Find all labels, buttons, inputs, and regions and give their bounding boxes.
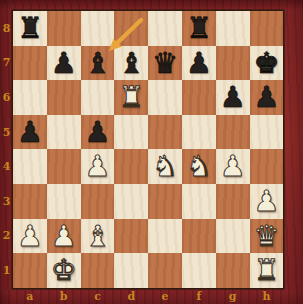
rank-label-2: 2 (0, 219, 13, 254)
piece-white-pawn-b2[interactable]: ♟ (51, 219, 77, 254)
square-c6[interactable] (81, 80, 115, 115)
square-c2[interactable]: ♝ (81, 219, 115, 254)
piece-black-pawn-h6[interactable]: ♟ (253, 80, 279, 115)
square-h4[interactable] (250, 149, 284, 184)
piece-black-queen-e7[interactable]: ♛ (152, 46, 178, 81)
square-h2[interactable]: ♛ (250, 219, 284, 254)
piece-white-king-b1[interactable]: ♚ (51, 253, 77, 288)
square-g5[interactable] (216, 115, 250, 150)
square-c8[interactable] (81, 11, 115, 46)
square-h3[interactable]: ♟ (250, 184, 284, 219)
file-label-d: d (114, 288, 148, 304)
square-d5[interactable] (114, 115, 148, 150)
square-a5[interactable]: ♟ (13, 115, 47, 150)
square-e8[interactable] (148, 11, 182, 46)
square-a6[interactable] (13, 80, 47, 115)
square-h6[interactable]: ♟ (250, 80, 284, 115)
square-d6[interactable]: ♜ (114, 80, 148, 115)
rank-label-6: 6 (0, 80, 13, 115)
square-a7[interactable] (13, 46, 47, 81)
square-e1[interactable] (148, 253, 182, 288)
square-g8[interactable] (216, 11, 250, 46)
square-b2[interactable]: ♟ (47, 219, 81, 254)
square-c4[interactable]: ♟ (81, 149, 115, 184)
square-h5[interactable] (250, 115, 284, 150)
square-b6[interactable] (47, 80, 81, 115)
square-f8[interactable]: ♜ (182, 11, 216, 46)
piece-black-pawn-f7[interactable]: ♟ (186, 46, 212, 81)
piece-white-pawn-a2[interactable]: ♟ (17, 219, 43, 254)
square-b4[interactable] (47, 149, 81, 184)
rank-label-1: 1 (0, 253, 13, 288)
square-f4[interactable]: ♞ (182, 149, 216, 184)
square-h8[interactable] (250, 11, 284, 46)
square-c5[interactable]: ♟ (81, 115, 115, 150)
piece-black-king-h7[interactable]: ♚ (253, 46, 279, 81)
square-c3[interactable] (81, 184, 115, 219)
square-d4[interactable] (114, 149, 148, 184)
square-g3[interactable] (216, 184, 250, 219)
square-c1[interactable] (81, 253, 115, 288)
piece-white-rook-h1[interactable]: ♜ (253, 253, 279, 288)
file-label-h: h (250, 288, 284, 304)
piece-white-pawn-c4[interactable]: ♟ (84, 149, 110, 184)
square-g6[interactable]: ♟ (216, 80, 250, 115)
rank-labels: 87654321 (0, 11, 13, 288)
square-a4[interactable] (13, 149, 47, 184)
rank-label-3: 3 (0, 184, 13, 219)
square-e4[interactable]: ♞ (148, 149, 182, 184)
square-e6[interactable] (148, 80, 182, 115)
square-d8[interactable] (114, 11, 148, 46)
square-d1[interactable] (114, 253, 148, 288)
file-label-a: a (13, 288, 47, 304)
rank-label-4: 4 (0, 149, 13, 184)
square-d3[interactable] (114, 184, 148, 219)
file-labels: abcdefgh (13, 288, 283, 304)
piece-black-pawn-a5[interactable]: ♟ (17, 115, 43, 150)
square-g2[interactable] (216, 219, 250, 254)
square-d2[interactable] (114, 219, 148, 254)
piece-black-pawn-b7[interactable]: ♟ (51, 46, 77, 81)
piece-black-bishop-c7[interactable]: ♝ (84, 46, 110, 81)
piece-black-rook-a8[interactable]: ♜ (17, 11, 43, 46)
piece-white-queen-h2[interactable]: ♛ (253, 219, 279, 254)
square-f7[interactable]: ♟ (182, 46, 216, 81)
square-h7[interactable]: ♚ (250, 46, 284, 81)
square-e7[interactable]: ♛ (148, 46, 182, 81)
board: ♜♜♟♝♝♛♟♚♜♟♟♟♟♟♞♞♟♟♟♟♝♛♚♜ (13, 11, 283, 288)
rank-label-5: 5 (0, 115, 13, 150)
piece-white-knight-f4[interactable]: ♞ (186, 149, 212, 184)
file-label-g: g (216, 288, 250, 304)
file-label-c: c (81, 288, 115, 304)
square-a8[interactable]: ♜ (13, 11, 47, 46)
square-e2[interactable] (148, 219, 182, 254)
piece-black-rook-f8[interactable]: ♜ (186, 11, 212, 46)
square-b7[interactable]: ♟ (47, 46, 81, 81)
piece-black-pawn-g6[interactable]: ♟ (220, 80, 246, 115)
square-g1[interactable] (216, 253, 250, 288)
file-label-b: b (47, 288, 81, 304)
square-b3[interactable] (47, 184, 81, 219)
rank-label-8: 8 (0, 11, 13, 46)
square-f3[interactable] (182, 184, 216, 219)
file-label-e: e (148, 288, 182, 304)
piece-white-rook-d6[interactable]: ♜ (118, 80, 144, 115)
square-b1[interactable]: ♚ (47, 253, 81, 288)
square-h1[interactable]: ♜ (250, 253, 284, 288)
piece-white-knight-e4[interactable]: ♞ (152, 149, 178, 184)
file-label-f: f (182, 288, 216, 304)
piece-white-pawn-g4[interactable]: ♟ (220, 149, 246, 184)
square-f1[interactable] (182, 253, 216, 288)
piece-black-bishop-d7[interactable]: ♝ (118, 46, 144, 81)
piece-black-pawn-c5[interactable]: ♟ (84, 115, 110, 150)
piece-white-pawn-h3[interactable]: ♟ (253, 184, 279, 219)
square-g7[interactable] (216, 46, 250, 81)
square-e3[interactable] (148, 184, 182, 219)
square-g4[interactable]: ♟ (216, 149, 250, 184)
square-c7[interactable]: ♝ (81, 46, 115, 81)
square-b5[interactable] (47, 115, 81, 150)
chessboard-diagram: 87654321 abcdefgh ♜♜♟♝♝♛♟♚♜♟♟♟♟♟♞♞♟♟♟♟♝♛… (0, 0, 303, 304)
square-e5[interactable] (148, 115, 182, 150)
square-a1[interactable] (13, 253, 47, 288)
square-f6[interactable] (182, 80, 216, 115)
piece-white-bishop-c2[interactable]: ♝ (84, 219, 110, 254)
square-f5[interactable] (182, 115, 216, 150)
square-a3[interactable] (13, 184, 47, 219)
square-a2[interactable]: ♟ (13, 219, 47, 254)
square-d7[interactable]: ♝ (114, 46, 148, 81)
square-b8[interactable] (47, 11, 81, 46)
rank-label-7: 7 (0, 46, 13, 81)
square-f2[interactable] (182, 219, 216, 254)
